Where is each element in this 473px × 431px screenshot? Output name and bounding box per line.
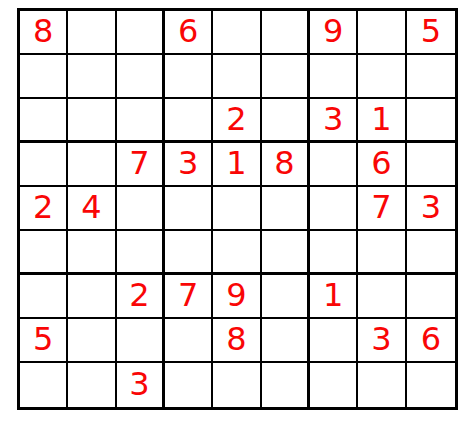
cell-r6c9[interactable] (407, 231, 455, 275)
given-digit: 9 (323, 15, 343, 47)
cell-r7c5[interactable]: 9 (213, 275, 261, 319)
cell-r9c5[interactable] (213, 363, 261, 407)
given-digit: 6 (178, 15, 198, 47)
cell-r1c1[interactable]: 8 (20, 11, 68, 55)
cell-r2c5[interactable] (213, 55, 261, 99)
cell-r4c2[interactable] (68, 143, 116, 187)
sudoku-board: 8695231731862473279158363 (17, 8, 458, 410)
cell-r8c2[interactable] (68, 319, 116, 363)
cell-r3c3[interactable] (117, 99, 165, 143)
cell-r4c3[interactable]: 7 (117, 143, 165, 187)
cell-r8c3[interactable] (117, 319, 165, 363)
cell-r6c6[interactable] (262, 231, 310, 275)
given-digit: 9 (226, 279, 246, 311)
cell-r9c4[interactable] (165, 363, 213, 407)
cell-r6c1[interactable] (20, 231, 68, 275)
cell-r8c6[interactable] (262, 319, 310, 363)
cell-r2c2[interactable] (68, 55, 116, 99)
given-digit: 1 (323, 279, 343, 311)
cell-r2c6[interactable] (262, 55, 310, 99)
given-digit: 2 (226, 103, 246, 135)
cell-r5c8[interactable]: 7 (358, 187, 406, 231)
cell-r4c5[interactable]: 1 (213, 143, 261, 187)
given-digit: 7 (371, 191, 391, 223)
given-digit: 1 (226, 147, 246, 179)
cell-r7c7[interactable]: 1 (310, 275, 358, 319)
given-digit: 5 (33, 323, 53, 355)
cell-r8c7[interactable] (310, 319, 358, 363)
cell-r8c5[interactable]: 8 (213, 319, 261, 363)
cell-r7c6[interactable] (262, 275, 310, 319)
cell-r6c3[interactable] (117, 231, 165, 275)
given-digit: 4 (81, 191, 101, 223)
cell-r3c2[interactable] (68, 99, 116, 143)
cell-r8c4[interactable] (165, 319, 213, 363)
cell-r1c4[interactable]: 6 (165, 11, 213, 55)
given-digit: 2 (129, 279, 149, 311)
cell-r1c2[interactable] (68, 11, 116, 55)
cell-r6c2[interactable] (68, 231, 116, 275)
cell-r1c8[interactable] (358, 11, 406, 55)
cell-r1c5[interactable] (213, 11, 261, 55)
cell-r8c1[interactable]: 5 (20, 319, 68, 363)
cell-r2c1[interactable] (20, 55, 68, 99)
given-digit: 7 (178, 279, 198, 311)
given-digit: 6 (421, 323, 441, 355)
cell-r7c1[interactable] (20, 275, 68, 319)
cell-r9c9[interactable] (407, 363, 455, 407)
sudoku-page: 8695231731862473279158363 (0, 0, 473, 431)
given-digit: 3 (421, 191, 441, 223)
given-digit: 8 (226, 323, 246, 355)
cell-r5c5[interactable] (213, 187, 261, 231)
cell-r9c7[interactable] (310, 363, 358, 407)
given-digit: 3 (323, 103, 343, 135)
given-digit: 7 (129, 147, 149, 179)
given-digit: 3 (129, 368, 149, 400)
cell-r7c2[interactable] (68, 275, 116, 319)
cell-r3c5[interactable]: 2 (213, 99, 261, 143)
cell-r3c1[interactable] (20, 99, 68, 143)
cell-r5c3[interactable] (117, 187, 165, 231)
cell-r6c8[interactable] (358, 231, 406, 275)
cell-r3c8[interactable]: 1 (358, 99, 406, 143)
given-digit: 3 (371, 323, 391, 355)
cell-r7c3[interactable]: 2 (117, 275, 165, 319)
cell-r5c2[interactable]: 4 (68, 187, 116, 231)
cell-r6c4[interactable] (165, 231, 213, 275)
cell-r4c4[interactable]: 3 (165, 143, 213, 187)
cell-r3c6[interactable] (262, 99, 310, 143)
cell-r4c1[interactable] (20, 143, 68, 187)
cell-r5c7[interactable] (310, 187, 358, 231)
cell-r2c7[interactable] (310, 55, 358, 99)
cell-r6c5[interactable] (213, 231, 261, 275)
cell-r2c4[interactable] (165, 55, 213, 99)
cell-r2c3[interactable] (117, 55, 165, 99)
given-digit: 8 (33, 15, 53, 47)
cell-r7c9[interactable] (407, 275, 455, 319)
cell-r4c8[interactable]: 6 (358, 143, 406, 187)
cell-r9c2[interactable] (68, 363, 116, 407)
cell-r1c6[interactable] (262, 11, 310, 55)
cell-r9c3[interactable]: 3 (117, 363, 165, 407)
cell-r5c6[interactable] (262, 187, 310, 231)
cell-r7c8[interactable] (358, 275, 406, 319)
cell-r7c4[interactable]: 7 (165, 275, 213, 319)
given-digit: 5 (421, 15, 441, 47)
cell-r1c7[interactable]: 9 (310, 11, 358, 55)
cell-r3c4[interactable] (165, 99, 213, 143)
given-digit: 8 (274, 147, 294, 179)
cell-r4c9[interactable] (407, 143, 455, 187)
cell-r8c8[interactable]: 3 (358, 319, 406, 363)
cell-r3c9[interactable] (407, 99, 455, 143)
cell-r1c9[interactable]: 5 (407, 11, 455, 55)
given-digit: 2 (33, 191, 53, 223)
cell-r9c1[interactable] (20, 363, 68, 407)
cell-r5c4[interactable] (165, 187, 213, 231)
cell-r2c8[interactable] (358, 55, 406, 99)
given-digit: 6 (371, 147, 391, 179)
cell-r3c7[interactable]: 3 (310, 99, 358, 143)
cell-r2c9[interactable] (407, 55, 455, 99)
given-digit: 1 (371, 103, 391, 135)
cell-r5c1[interactable]: 2 (20, 187, 68, 231)
cell-r9c6[interactable] (262, 363, 310, 407)
cell-r8c9[interactable]: 6 (407, 319, 455, 363)
cell-r9c8[interactable] (358, 363, 406, 407)
cell-r5c9[interactable]: 3 (407, 187, 455, 231)
cell-r1c3[interactable] (117, 11, 165, 55)
given-digit: 3 (178, 147, 198, 179)
cell-r4c7[interactable] (310, 143, 358, 187)
cell-r4c6[interactable]: 8 (262, 143, 310, 187)
cell-r6c7[interactable] (310, 231, 358, 275)
